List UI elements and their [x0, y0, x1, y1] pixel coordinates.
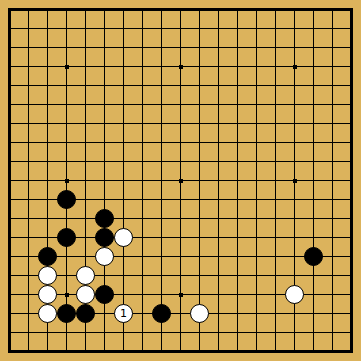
star-point	[65, 293, 69, 297]
black-stone	[38, 247, 57, 266]
black-stone	[304, 247, 323, 266]
white-stone	[114, 228, 133, 247]
white-stone	[285, 285, 304, 304]
white-stone	[95, 247, 114, 266]
move-label: 1	[120, 308, 127, 319]
black-stone	[57, 190, 76, 209]
star-point	[179, 65, 183, 69]
star-point	[65, 65, 69, 69]
white-stone: 1	[114, 304, 133, 323]
white-stone	[190, 304, 209, 323]
black-stone	[152, 304, 171, 323]
black-stone	[95, 285, 114, 304]
white-stone	[38, 285, 57, 304]
white-stone	[38, 266, 57, 285]
white-stone	[76, 266, 95, 285]
star-point	[293, 179, 297, 183]
black-stone	[57, 228, 76, 247]
black-stone	[95, 209, 114, 228]
black-stone	[76, 304, 95, 323]
star-point	[65, 179, 69, 183]
black-stone	[95, 228, 114, 247]
star-point	[179, 293, 183, 297]
white-stone	[76, 285, 95, 304]
black-stone	[57, 304, 76, 323]
star-point	[179, 179, 183, 183]
go-board[interactable]: 1	[0, 0, 361, 361]
star-point	[293, 65, 297, 69]
white-stone	[38, 304, 57, 323]
